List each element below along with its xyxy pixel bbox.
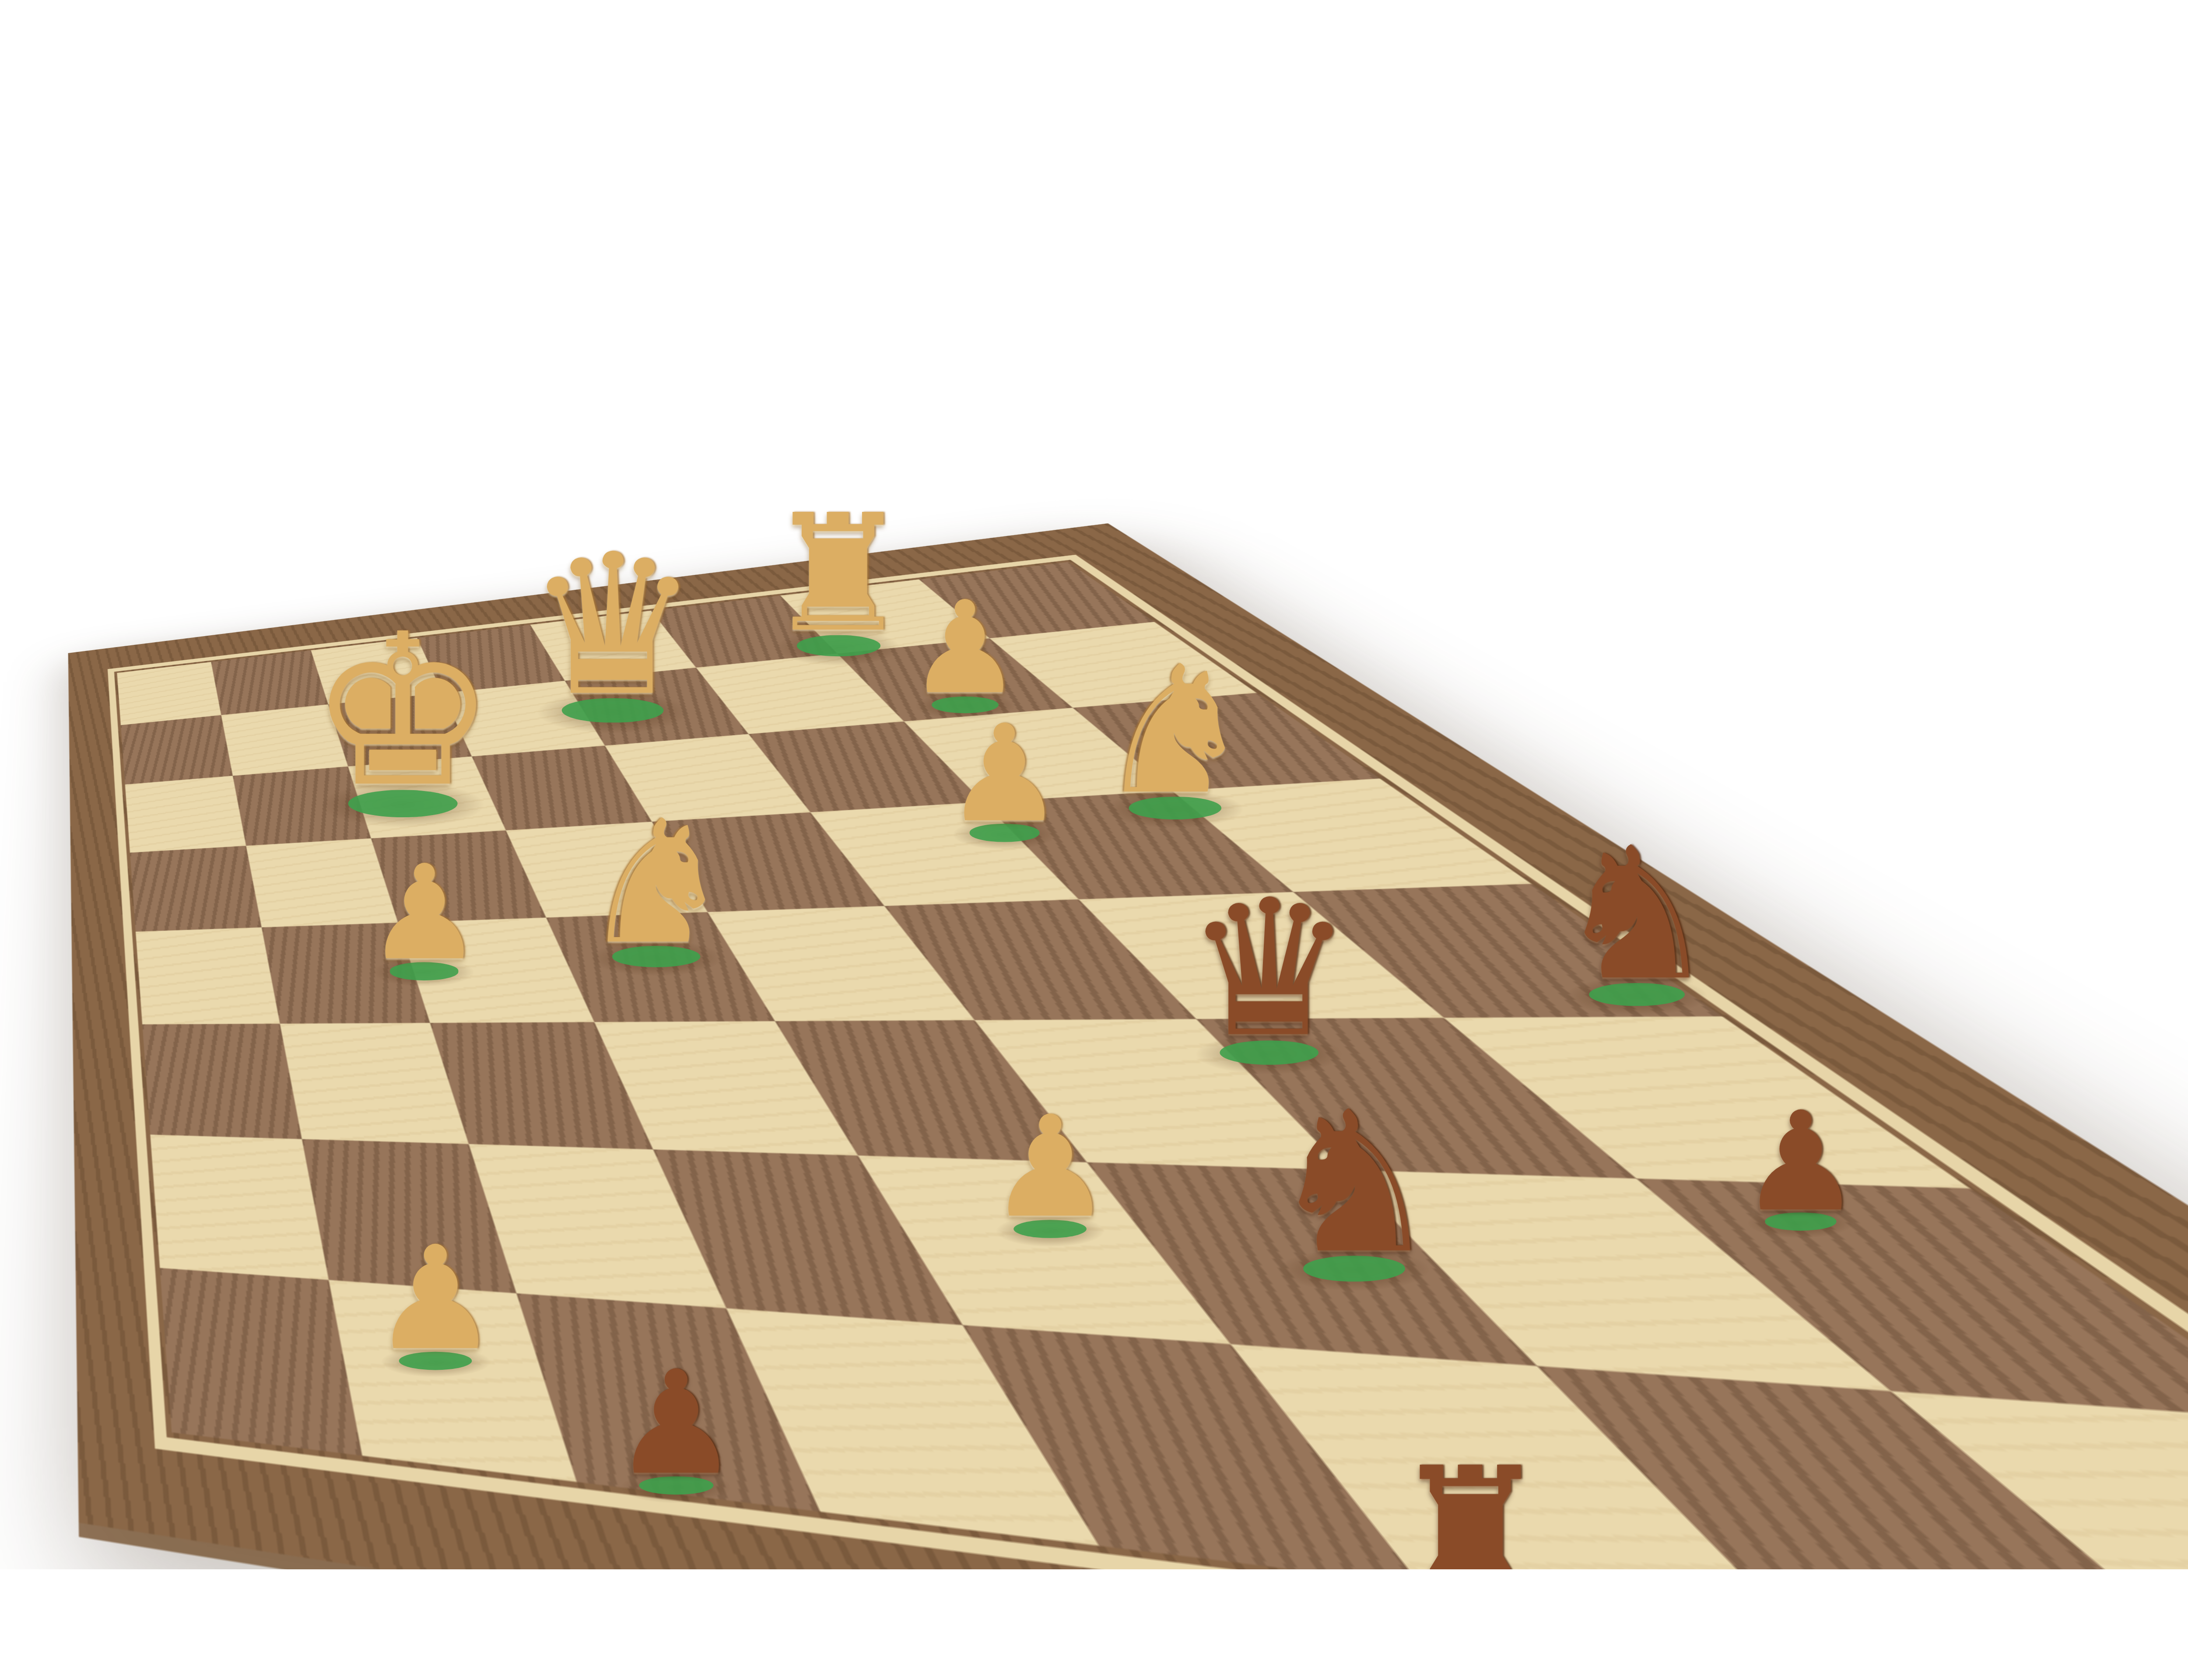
square-a6[interactable] xyxy=(125,776,246,853)
black-pawn-h4[interactable]: ♟ xyxy=(1739,1098,1862,1228)
photo-viewport: ♚♛♜♟♟♞♟♟♞♟♟♛♞♞♟♜ xyxy=(0,0,2188,1680)
black-knight-g5[interactable]: ♞ xyxy=(1555,828,1718,1001)
square-a8[interactable] xyxy=(117,662,221,725)
white-queen[interactable]: ♛ xyxy=(526,532,700,717)
white-pawn-b6[interactable]: ♟ xyxy=(372,1231,500,1366)
black-rook-e3[interactable]: ♜ xyxy=(1390,1448,1550,1569)
white-knight-c6[interactable]: ♞ xyxy=(580,801,733,963)
black-knight-e4[interactable]: ♞ xyxy=(1267,1091,1441,1276)
white-knight-e6[interactable]: ♞ xyxy=(1096,647,1254,815)
white-pawn-d5[interactable]: ♟ xyxy=(988,1102,1113,1235)
black-queen-e5[interactable]: ♛ xyxy=(1185,881,1353,1060)
black-pawn-c5[interactable]: ♟ xyxy=(612,1356,740,1491)
white-pawn-b7[interactable]: ♟ xyxy=(366,852,483,976)
square-a2[interactable] xyxy=(150,1134,329,1280)
white-king[interactable]: ♚ xyxy=(309,612,497,811)
white-pawn-d7[interactable]: ♟ xyxy=(908,588,1022,710)
chess-photo-stage: ♚♛♜♟♟♞♟♟♞♟♟♛♞♞♟♜ xyxy=(0,111,2188,1569)
square-a7[interactable] xyxy=(121,715,233,784)
square-a1[interactable] xyxy=(160,1268,362,1456)
square-a5[interactable] xyxy=(130,846,262,931)
square-a3[interactable] xyxy=(142,1024,302,1139)
square-a4[interactable] xyxy=(136,927,280,1025)
white-pawn-d6[interactable]: ♟ xyxy=(944,711,1064,838)
white-rook[interactable]: ♜ xyxy=(766,499,910,652)
